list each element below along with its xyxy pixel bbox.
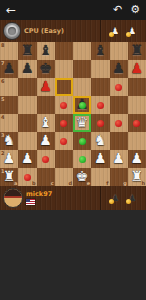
black-piece-b7[interactable]: ♟: [18, 60, 36, 78]
square-g7[interactable]: ♟: [110, 60, 128, 78]
black-piece-c8[interactable]: ♝: [37, 42, 55, 60]
square-c8[interactable]: ♝: [37, 42, 55, 60]
move-dot-green-e2: [79, 156, 86, 163]
black-piece-b8[interactable]: ♜: [18, 42, 36, 60]
square-d8[interactable]: [55, 42, 73, 60]
rank-label-4: 4: [1, 114, 4, 120]
file-label-g: g: [123, 180, 127, 186]
bottom-empty-area: [0, 210, 146, 300]
square-a8[interactable]: 8: [0, 42, 18, 60]
move-dot-red-g6: [115, 84, 122, 91]
captured-black-pawn-1: ♟: [111, 192, 119, 204]
move-dot-red-h4: [133, 120, 140, 127]
square-e7[interactable]: [73, 60, 91, 78]
file-label-f: f: [106, 180, 108, 186]
square-e2[interactable]: [73, 150, 91, 168]
rank-label-5: 5: [1, 96, 4, 102]
square-f7[interactable]: [91, 60, 109, 78]
square-e1[interactable]: ♚e: [73, 168, 91, 186]
square-h1[interactable]: ♜h: [128, 168, 146, 186]
square-d7[interactable]: [55, 60, 73, 78]
captured-white-pieces-tray: ♟♟: [100, 20, 146, 42]
square-f1[interactable]: f: [91, 168, 109, 186]
square-h7[interactable]: ♟: [128, 60, 146, 78]
rank-label-8: 8: [1, 42, 4, 48]
square-d6[interactable]: [55, 78, 73, 96]
square-c7[interactable]: ♚: [37, 60, 55, 78]
square-b5[interactable]: [18, 96, 36, 114]
square-d1[interactable]: d: [55, 168, 73, 186]
player-name: mick97: [26, 191, 52, 198]
square-a3[interactable]: ♞3: [0, 132, 18, 150]
square-f2[interactable]: ♟: [91, 150, 109, 168]
gold-badge-icon: [109, 32, 114, 37]
top-bar: ← ↶ ⚙: [0, 0, 146, 20]
captured-black-pieces-tray: ♟♟: [100, 186, 146, 210]
file-label-h: h: [141, 180, 145, 186]
square-b4[interactable]: [18, 114, 36, 132]
chess-board[interactable]: 8♜♝♝♜♟7♟♚♟♟6♟5♟4♝♛♞3♟♞♟2♟♟♟♟♜1abcd♚efg♜h: [0, 42, 146, 186]
white-piece-c3[interactable]: ♟: [37, 132, 55, 150]
square-g2[interactable]: ♟: [110, 150, 128, 168]
cpu-avatar: [3, 22, 21, 40]
move-dot-red-g4: [115, 120, 122, 127]
file-label-a: a: [14, 180, 17, 186]
black-piece-g7[interactable]: ♟: [110, 60, 128, 78]
square-g8[interactable]: [110, 42, 128, 60]
square-e5[interactable]: ♟: [73, 96, 91, 114]
square-c3[interactable]: ♟: [37, 132, 55, 150]
square-d2[interactable]: [55, 150, 73, 168]
square-c5[interactable]: [37, 96, 55, 114]
black-piece-h8[interactable]: ♜: [128, 42, 146, 60]
square-a4[interactable]: 4: [0, 114, 18, 132]
white-piece-b2[interactable]: ♟: [18, 150, 36, 168]
square-d4[interactable]: [55, 114, 73, 132]
rank-label-6: 6: [1, 78, 4, 84]
file-label-d: d: [68, 180, 72, 186]
file-label-e: e: [87, 180, 90, 186]
square-h6[interactable]: [128, 78, 146, 96]
back-icon[interactable]: ←: [0, 0, 22, 20]
square-f8[interactable]: ♝: [91, 42, 109, 60]
square-b1[interactable]: b: [18, 168, 36, 186]
square-g3[interactable]: [110, 132, 128, 150]
square-b6[interactable]: [18, 78, 36, 96]
undo-icon[interactable]: ↶: [108, 0, 127, 20]
square-e4[interactable]: ♛: [73, 114, 91, 132]
square-h2[interactable]: ♟: [128, 150, 146, 168]
square-b2[interactable]: ♟: [18, 150, 36, 168]
square-h4[interactable]: [128, 114, 146, 132]
square-e8[interactable]: [73, 42, 91, 60]
app-screen: ← ↶ ⚙ CPU (Easy) ♟♟ 8♜♝♝♜♟7♟♚♟♟6♟5♟4♝♛♞3…: [0, 0, 146, 300]
square-c2[interactable]: [37, 150, 55, 168]
opponent-bar: CPU (Easy) ♟♟: [0, 20, 146, 42]
square-e6[interactable]: [73, 78, 91, 96]
settings-gear-icon[interactable]: ⚙: [127, 0, 146, 20]
square-g5[interactable]: [110, 96, 128, 114]
square-g1[interactable]: g: [110, 168, 128, 186]
white-piece-c4[interactable]: ♝: [37, 114, 55, 132]
square-g4[interactable]: [110, 114, 128, 132]
move-dot-red-d4: [60, 120, 67, 127]
white-piece-g2[interactable]: ♟: [110, 150, 128, 168]
move-dot-red-d5: [60, 102, 67, 109]
black-piece-c6[interactable]: ♟: [37, 78, 55, 96]
player-bar: mick97 ♟♟: [0, 186, 146, 210]
gold-badge-icon: [126, 199, 131, 204]
move-dot-red-f4: [97, 120, 104, 127]
square-a7[interactable]: ♟7: [0, 60, 18, 78]
square-c6[interactable]: ♟: [37, 78, 55, 96]
rank-label-7: 7: [1, 60, 4, 66]
square-c4[interactable]: ♝: [37, 114, 55, 132]
square-e3[interactable]: [73, 132, 91, 150]
file-label-b: b: [32, 180, 36, 186]
square-b7[interactable]: ♟: [18, 60, 36, 78]
square-a1[interactable]: ♜1a: [0, 168, 18, 186]
black-piece-h7[interactable]: ♟: [128, 60, 146, 78]
square-a5[interactable]: 5: [0, 96, 18, 114]
captured-white-pawn-1: ♟: [111, 25, 119, 37]
square-f6[interactable]: [91, 78, 109, 96]
square-f4[interactable]: [91, 114, 109, 132]
captured-black-pawn-2: ♟: [128, 192, 136, 204]
captured-white-pawn-2: ♟: [128, 25, 136, 37]
move-dot-green-e5: [79, 102, 86, 109]
square-f5[interactable]: [91, 96, 109, 114]
move-dot-red-b1: [24, 174, 31, 181]
black-piece-f8[interactable]: ♝: [91, 42, 109, 60]
gold-badge-icon: [109, 199, 114, 204]
move-dot-red-c2: [42, 156, 49, 163]
square-a2[interactable]: ♟2: [0, 150, 18, 168]
rank-label-2: 2: [1, 150, 4, 156]
white-piece-e4[interactable]: ♛: [73, 114, 91, 132]
player-avatar: [3, 188, 23, 208]
move-dot-red-f5: [97, 102, 104, 109]
square-d3[interactable]: [55, 132, 73, 150]
square-b3[interactable]: [18, 132, 36, 150]
square-h3[interactable]: [128, 132, 146, 150]
square-f3[interactable]: ♞: [91, 132, 109, 150]
square-h8[interactable]: ♜: [128, 42, 146, 60]
square-c1[interactable]: c: [37, 168, 55, 186]
white-piece-h2[interactable]: ♟: [128, 150, 146, 168]
move-dot-red-d3: [60, 138, 67, 145]
square-b8[interactable]: ♜: [18, 42, 36, 60]
white-piece-f3[interactable]: ♞: [91, 132, 109, 150]
rank-label-3: 3: [1, 132, 4, 138]
black-piece-c7[interactable]: ♚: [37, 60, 55, 78]
move-dot-green-e3: [79, 138, 86, 145]
us-flag-icon: [26, 199, 35, 205]
rank-label-1: 1: [1, 168, 4, 174]
opponent-name: CPU (Easy): [24, 28, 64, 35]
gold-badge-icon: [126, 32, 131, 37]
square-a6[interactable]: 6: [0, 78, 18, 96]
square-h5[interactable]: [128, 96, 146, 114]
file-label-c: c: [51, 180, 54, 186]
square-g6[interactable]: [110, 78, 128, 96]
square-d5[interactable]: [55, 96, 73, 114]
white-piece-f2[interactable]: ♟: [91, 150, 109, 168]
